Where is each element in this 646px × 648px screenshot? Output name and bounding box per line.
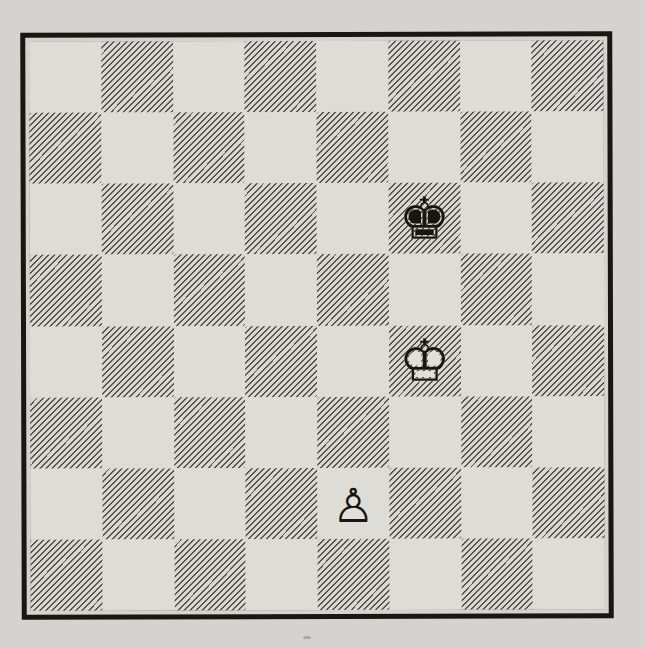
square-e2: ♟♙	[317, 468, 389, 539]
square-d7	[245, 112, 317, 183]
print-speck	[303, 636, 311, 639]
square-e3	[317, 396, 389, 467]
square-f8	[388, 41, 460, 112]
square-c4	[174, 326, 246, 397]
square-d1	[246, 539, 318, 610]
square-f7	[388, 112, 460, 183]
square-g4	[460, 325, 532, 396]
square-d6	[245, 183, 317, 254]
square-c2	[174, 468, 246, 539]
square-f5	[389, 254, 461, 325]
black-king: ♚♚	[388, 183, 460, 254]
square-e7	[316, 112, 388, 183]
square-h4	[532, 325, 604, 396]
square-b4	[102, 326, 174, 397]
square-g7	[460, 112, 532, 183]
square-b7	[101, 113, 173, 184]
square-d8	[245, 41, 317, 112]
square-c7	[173, 112, 245, 183]
board-grid: ♚♚♚♔♟♙	[29, 40, 604, 611]
square-c3	[174, 397, 246, 468]
square-a7	[29, 113, 101, 184]
square-b6	[101, 184, 173, 255]
square-c1	[174, 539, 246, 610]
square-f4: ♚♔	[389, 325, 461, 396]
square-a4	[30, 326, 102, 397]
square-c6	[173, 183, 245, 254]
square-d2	[246, 468, 318, 539]
square-a5	[30, 255, 102, 326]
square-f6: ♚♚	[388, 183, 460, 254]
square-e1	[318, 539, 390, 610]
square-a3	[30, 397, 102, 468]
square-b1	[102, 539, 174, 610]
white-pawn: ♟♙	[317, 468, 389, 539]
square-g8	[460, 40, 532, 111]
white-king: ♚♔	[389, 325, 461, 396]
square-c5	[173, 255, 245, 326]
square-a8	[29, 42, 101, 113]
square-a2	[30, 468, 102, 539]
square-h3	[532, 396, 604, 467]
square-h1	[533, 538, 605, 609]
square-h6	[532, 182, 604, 253]
square-h7	[532, 111, 604, 182]
square-f3	[389, 396, 461, 467]
square-a1	[31, 539, 103, 610]
square-h2	[533, 467, 605, 538]
square-e6	[317, 183, 389, 254]
square-b8	[101, 41, 173, 112]
square-d4	[245, 326, 317, 397]
square-g2	[461, 467, 533, 538]
square-b5	[102, 255, 174, 326]
square-g5	[460, 254, 532, 325]
square-h5	[532, 254, 604, 325]
square-e4	[317, 325, 389, 396]
square-b2	[102, 468, 174, 539]
square-b3	[102, 397, 174, 468]
square-a6	[30, 184, 102, 255]
square-d5	[245, 254, 317, 325]
square-g6	[460, 183, 532, 254]
square-f1	[389, 538, 461, 609]
square-c8	[173, 41, 245, 112]
square-g1	[461, 538, 533, 609]
square-e8	[316, 41, 388, 112]
square-h8	[532, 40, 604, 111]
square-f2	[389, 467, 461, 538]
square-g3	[461, 396, 533, 467]
square-d3	[245, 397, 317, 468]
chess-board-frame: ♚♚♚♔♟♙	[20, 31, 614, 620]
square-e5	[317, 254, 389, 325]
